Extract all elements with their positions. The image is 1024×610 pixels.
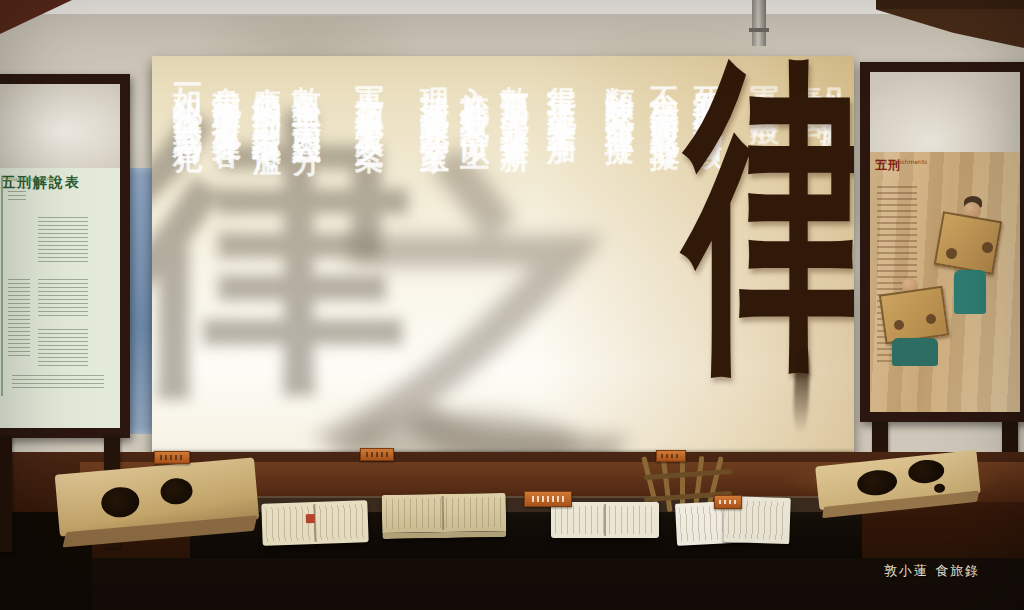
right-display-frame: 五刑 Five Punishments	[860, 62, 1024, 422]
poster-subtitle: Explanation table	[1, 175, 54, 182]
calligraphy-column: 類除致死二命照律擬	[600, 64, 640, 118]
cangue-hand-hole	[926, 314, 936, 324]
right-frame-glass-panes	[870, 72, 1020, 156]
open-statute-book	[261, 500, 368, 546]
exhibit-placard	[656, 450, 686, 462]
calligraphy-column: 入於死若致死三命以上	[455, 64, 495, 124]
cangue-board	[879, 286, 949, 344]
ceiling-strip	[0, 0, 1024, 16]
cangue-hand-hole	[982, 242, 993, 253]
calligraphy-column: 不立望竿因而致死並擬	[645, 64, 685, 124]
calligraphy-column: 身犯兩罪名援引各律各	[207, 64, 247, 124]
floor-shadow	[0, 558, 1024, 610]
cangue-board	[934, 211, 1002, 275]
calligraphy-column: 數遞加一等罪止發遣新	[495, 64, 535, 124]
calligraphy-board: 律 之 如一犯輪姦已成為首一犯身犯兩罪名援引各律各應仍照例分別定擬不得濫數各追銀…	[152, 56, 854, 458]
exhibit-placard	[714, 495, 742, 509]
wall-pipe	[752, 0, 766, 46]
photo-watermark: 敦小蓮 食旅錄	[884, 562, 980, 580]
calligraphy-column: 得軍流徒本罪上各加一	[542, 64, 582, 124]
figure-robe	[954, 270, 986, 314]
left-frame-leg-front	[0, 452, 12, 552]
left-display-frame: 五刑解說表 Explanation table	[0, 74, 130, 438]
ceiling-beam-right-bar	[876, 0, 1024, 9]
calligraphy-column: 軍之類至過失殺人之案	[350, 64, 390, 124]
figure-robe	[892, 338, 938, 366]
exhibit-placard	[154, 451, 190, 464]
calligraphy-column: 數各追銀十二兩四錢二分	[287, 64, 327, 130]
cangue-hand-hole	[894, 320, 904, 330]
cangue-hand-hole	[946, 248, 957, 259]
pipe-bracket	[749, 28, 769, 32]
exhibit-placard	[360, 448, 394, 461]
illustration-subtitle: Five Punishments	[875, 158, 927, 165]
calligraphy-column: 如一犯輪姦已成為首一犯	[168, 64, 208, 130]
exhibit-placard	[524, 491, 572, 507]
punishment-table-grid	[1, 178, 3, 396]
left-frame-glass-panes	[0, 84, 120, 168]
open-document-book	[551, 502, 659, 538]
red-seal-stamp	[306, 514, 315, 523]
punishment-table-poster: 五刑解說表 Explanation table	[0, 168, 120, 428]
calligraphy-column: 理如威逼人致死非一家至	[415, 64, 455, 130]
pillory-stock-left	[55, 457, 262, 560]
exhibit-photo: 律 之 如一犯輪姦已成為首一犯身犯兩罪名援引各律各應仍照例分別定擬不得濫數各追銀…	[0, 0, 1024, 610]
calligraphy-column: 應仍照例分別定擬不得濫	[247, 64, 287, 130]
headline-character: 律	[684, 56, 854, 378]
open-statute-book-large	[382, 493, 507, 539]
cangue-illustration-poster: 五刑 Five Punishments	[870, 152, 1020, 412]
